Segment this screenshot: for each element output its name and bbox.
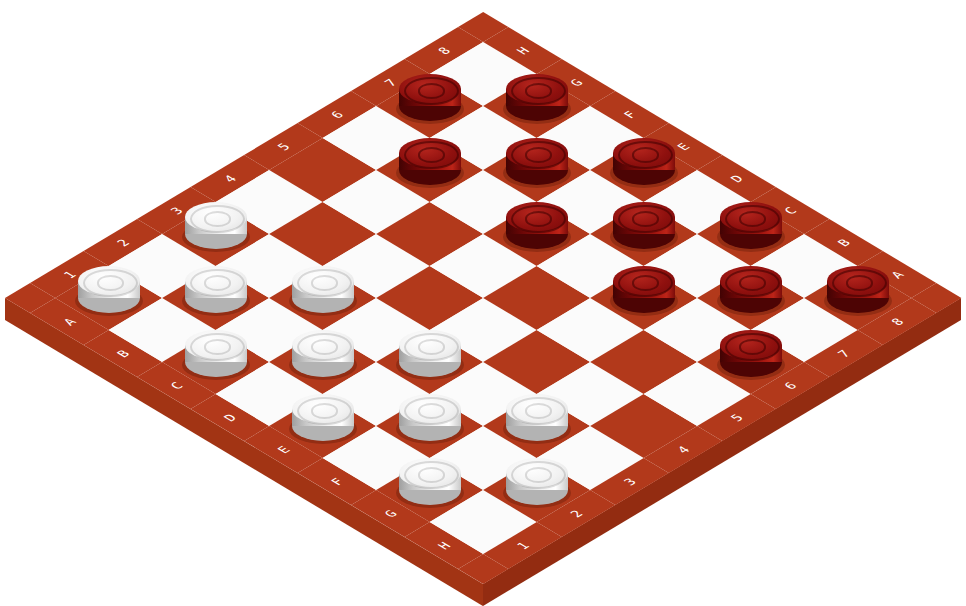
piece-top [506,202,568,232]
piece-white-E1[interactable] [292,394,354,441]
board-stage: 12345678AHBGCFDEEDFCGBHA12345678 [0,0,966,606]
piece-white-A3[interactable] [185,202,247,249]
piece-top [720,330,782,360]
piece-top [292,394,354,424]
piece-top [720,202,782,232]
piece-top [720,266,782,296]
piece-ring-inner [525,147,553,162]
piece-white-D2[interactable] [292,330,354,377]
piece-ring-inner [418,467,446,482]
piece-white-G3[interactable] [506,394,568,441]
piece-red-A7[interactable] [399,74,461,121]
piece-top [292,330,354,360]
piece-top [185,202,247,232]
piece-ring-inner [418,147,446,162]
piece-ring-inner [311,403,339,418]
piece-white-C1[interactable] [185,330,247,377]
piece-top [506,394,568,424]
piece-white-E3[interactable] [399,330,461,377]
piece-ring-inner [632,275,660,290]
piece-top [613,202,675,232]
board-surface: 12345678AHBGCFDEEDFCGBHA12345678 [5,12,961,584]
piece-top [399,394,461,424]
piece-ring-inner [204,275,232,290]
piece-ring-inner [525,403,553,418]
piece-ring-inner [739,339,767,354]
piece-red-H8[interactable] [827,266,889,313]
piece-ring-inner [311,339,339,354]
piece-white-H2[interactable] [506,458,568,505]
piece-top [613,266,675,296]
piece-ring-inner [632,211,660,226]
piece-red-E7[interactable] [613,202,675,249]
piece-ring-inner [739,275,767,290]
piece-ring-inner [739,211,767,226]
piece-ring-inner [632,147,660,162]
piece-top [185,330,247,360]
piece-top [399,330,461,360]
piece-white-A1[interactable] [78,266,140,313]
piece-ring-inner [525,467,553,482]
piece-top [78,266,140,296]
piece-red-C7[interactable] [506,138,568,185]
piece-top [506,74,568,104]
piece-ring-inner [525,211,553,226]
piece-red-B6[interactable] [399,138,461,185]
piece-white-B2[interactable] [185,266,247,313]
piece-top [399,458,461,488]
piece-ring-inner [418,403,446,418]
piece-ring-inner [311,275,339,290]
piece-red-F8[interactable] [720,202,782,249]
piece-ring-inner [418,83,446,98]
piece-top [613,138,675,168]
piece-red-D8[interactable] [613,138,675,185]
piece-ring-inner [525,83,553,98]
piece-red-H6[interactable] [720,330,782,377]
piece-top [292,266,354,296]
piece-top [506,458,568,488]
piece-white-F2[interactable] [399,394,461,441]
piece-ring-inner [204,211,232,226]
piece-ring-inner [204,339,232,354]
piece-top [506,138,568,168]
piece-ring-inner [97,275,125,290]
piece-ring-inner [846,275,874,290]
piece-top [399,74,461,104]
piece-red-B8[interactable] [506,74,568,121]
piece-top [827,266,889,296]
piece-top [185,266,247,296]
piece-red-D6[interactable] [506,202,568,249]
piece-white-G1[interactable] [399,458,461,505]
piece-ring-inner [418,339,446,354]
piece-red-F6[interactable] [613,266,675,313]
piece-top [399,138,461,168]
piece-white-C3[interactable] [292,266,354,313]
piece-red-G7[interactable] [720,266,782,313]
